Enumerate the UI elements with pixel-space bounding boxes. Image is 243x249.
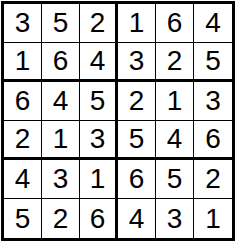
sudoku-cell-r6c4[interactable]: 4 [118,199,156,238]
sudoku-cell-r3c4[interactable]: 2 [118,82,156,121]
sudoku-cell-r1c6[interactable]: 4 [194,4,232,43]
sudoku-cell-r2c4[interactable]: 3 [118,43,156,82]
sudoku-cell-r2c1[interactable]: 1 [4,43,42,82]
sudoku-cell-r5c3[interactable]: 1 [80,160,118,199]
sudoku-cell-r4c5[interactable]: 4 [156,121,194,160]
sudoku-cell-r5c5[interactable]: 5 [156,160,194,199]
sudoku-cell-r1c1[interactable]: 3 [4,4,42,43]
sudoku-cell-r6c2[interactable]: 2 [42,199,80,238]
sudoku-cell-r1c5[interactable]: 6 [156,4,194,43]
sudoku-cell-r2c3[interactable]: 4 [80,43,118,82]
sudoku-cell-r5c4[interactable]: 6 [118,160,156,199]
sudoku-page: 352164164325645213213546431652526431 [0,0,243,249]
sudoku-cell-r1c4[interactable]: 1 [118,4,156,43]
sudoku-cell-r1c3[interactable]: 2 [80,4,118,43]
sudoku-cell-r1c2[interactable]: 5 [42,4,80,43]
sudoku-cell-r2c6[interactable]: 5 [194,43,232,82]
sudoku-cell-r4c6[interactable]: 6 [194,121,232,160]
sudoku-cell-r4c3[interactable]: 3 [80,121,118,160]
sudoku-cell-r6c5[interactable]: 3 [156,199,194,238]
sudoku-cell-r2c5[interactable]: 2 [156,43,194,82]
sudoku-cell-r5c1[interactable]: 4 [4,160,42,199]
sudoku-cell-r4c2[interactable]: 1 [42,121,80,160]
sudoku-cell-r6c3[interactable]: 6 [80,199,118,238]
sudoku-cell-r3c5[interactable]: 1 [156,82,194,121]
sudoku-cell-r3c6[interactable]: 3 [194,82,232,121]
sudoku-cell-r3c3[interactable]: 5 [80,82,118,121]
sudoku-cell-r2c2[interactable]: 6 [42,43,80,82]
sudoku-cell-r6c1[interactable]: 5 [4,199,42,238]
sudoku-cell-r5c6[interactable]: 2 [194,160,232,199]
sudoku-cell-r6c6[interactable]: 1 [194,199,232,238]
sudoku-cell-r4c1[interactable]: 2 [4,121,42,160]
sudoku-cell-r5c2[interactable]: 3 [42,160,80,199]
sudoku-cell-r3c1[interactable]: 6 [4,82,42,121]
sudoku-board: 352164164325645213213546431652526431 [1,1,235,241]
sudoku-cell-r4c4[interactable]: 5 [118,121,156,160]
sudoku-cell-r3c2[interactable]: 4 [42,82,80,121]
